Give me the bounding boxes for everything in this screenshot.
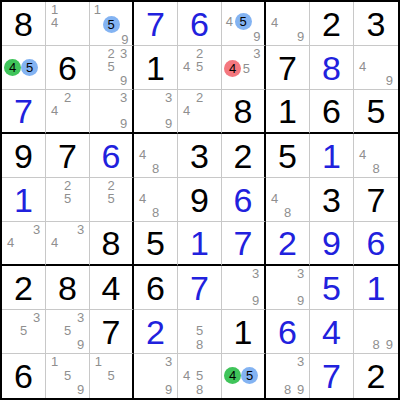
candidate-9[interactable]: 9: [120, 33, 131, 46]
cell-r3c6[interactable]: 8: [222, 90, 266, 134]
cell-r2c7[interactable]: 7: [266, 46, 310, 90]
candidate-9[interactable]: 9: [117, 74, 130, 87]
candidate-1[interactable]: 1: [48, 3, 61, 16]
given-value: 7: [266, 46, 309, 89]
candidate-1[interactable]: 1: [92, 355, 105, 369]
cell-r7c8[interactable]: 5: [310, 266, 354, 310]
solved-value: 1: [354, 266, 398, 309]
solved-value: 1: [310, 134, 353, 177]
cell-r1c1[interactable]: 8: [2, 2, 46, 46]
cell-r2c5[interactable]: 245: [178, 46, 222, 90]
given-value: 9: [178, 178, 221, 221]
candidate-9[interactable]: 9: [383, 338, 396, 351]
candidate-5[interactable]: 5: [193, 60, 206, 73]
cell-r2c3[interactable]: 2359: [90, 46, 134, 90]
given-value: 6: [46, 46, 89, 89]
candidate-9[interactable]: 9: [74, 382, 87, 396]
solved-value: 2: [266, 222, 309, 264]
cell-r2c8[interactable]: 8: [310, 46, 354, 90]
cell-r4c2[interactable]: 7: [46, 134, 90, 178]
candidate-5-highlight-blue[interactable]: 5: [21, 59, 38, 76]
candidate-4[interactable]: 4: [48, 236, 61, 249]
given-value: 5: [354, 90, 398, 132]
candidate-4[interactable]: 4: [180, 104, 193, 117]
given-value: 6: [310, 90, 353, 132]
candidate-4-highlight-green[interactable]: 4: [4, 59, 21, 76]
candidate-5[interactable]: 5: [241, 60, 252, 77]
given-value: 1: [222, 310, 264, 353]
candidate-grid: 25: [92, 179, 130, 219]
candidate-2[interactable]: 2: [193, 47, 206, 60]
cell-r7c3[interactable]: 4: [90, 266, 134, 310]
candidate-4-highlight-red[interactable]: 4: [224, 60, 241, 77]
cell-r2c4[interactable]: 1: [134, 46, 178, 90]
given-value: 6: [2, 354, 45, 398]
candidate-3[interactable]: 3: [117, 47, 130, 60]
candidate-4[interactable]: 4: [356, 60, 369, 73]
candidate-grid: 24: [48, 91, 87, 130]
candidate-grid: 48: [136, 179, 175, 219]
cell-r3c3[interactable]: 39: [90, 90, 134, 134]
given-value: 8: [2, 2, 45, 45]
candidate-4[interactable]: 4: [268, 16, 281, 29]
given-value: 5: [266, 134, 309, 177]
given-value: 8: [90, 222, 132, 264]
cell-r5c2[interactable]: 25: [46, 178, 90, 222]
cell-r3c7[interactable]: 1: [266, 90, 310, 134]
solved-value: 6: [90, 134, 132, 177]
candidate-4[interactable]: 4: [136, 148, 149, 161]
candidate-grid: 39: [224, 267, 262, 307]
given-value: 4: [90, 266, 132, 309]
solved-value: 1: [178, 222, 221, 264]
candidate-grid: 39: [92, 91, 130, 130]
candidate-grid: 89: [356, 311, 396, 351]
cell-r9c5[interactable]: 458: [178, 354, 222, 398]
candidate-grid: 458: [180, 355, 219, 396]
candidate-2[interactable]: 2: [105, 47, 118, 60]
candidate-grid: 2359: [92, 47, 130, 87]
candidate-grid: 345: [224, 47, 262, 87]
cell-r4c1[interactable]: 9: [2, 134, 46, 178]
candidate-5[interactable]: 5: [61, 369, 74, 383]
candidate-3[interactable]: 3: [30, 311, 43, 324]
candidate-4: 4: [224, 60, 241, 77]
cell-r9c4[interactable]: 39: [134, 354, 178, 398]
candidate-3[interactable]: 3: [162, 355, 175, 369]
cell-r1c3[interactable]: 159: [90, 2, 134, 46]
cell-r5c9[interactable]: 7: [354, 178, 398, 222]
candidate-grid: 39: [136, 91, 175, 130]
cell-r2c2[interactable]: 6: [46, 46, 90, 90]
cell-r4c4[interactable]: 48: [134, 134, 178, 178]
cell-r6c7[interactable]: 2: [266, 222, 310, 266]
cell-r1c2[interactable]: 14: [46, 2, 90, 46]
cell-r9c3[interactable]: 15: [90, 354, 134, 398]
given-value: 8: [46, 266, 89, 309]
cell-r9c2[interactable]: 159: [46, 354, 90, 398]
cell-r9c1[interactable]: 6: [2, 354, 46, 398]
candidate-5-highlight-blue[interactable]: 5: [103, 16, 120, 33]
cell-r8c1[interactable]: 35: [2, 310, 46, 354]
cell-r6c5[interactable]: 1: [178, 222, 222, 266]
candidate-4[interactable]: 4: [4, 236, 17, 249]
cell-r9c7[interactable]: 389: [266, 354, 310, 398]
candidate-grid: 39: [268, 267, 307, 307]
cell-r6c6[interactable]: 7: [222, 222, 266, 266]
candidate-4-highlight-green[interactable]: 4: [224, 367, 241, 384]
candidate-5[interactable]: 5: [61, 324, 74, 337]
candidate-8[interactable]: 8: [281, 206, 294, 219]
candidate-grid: 14: [48, 3, 87, 43]
candidate-5[interactable]: 5: [193, 369, 206, 383]
cell-r1c9[interactable]: 3: [354, 2, 398, 46]
candidate-5[interactable]: 5: [105, 192, 118, 205]
given-value: 2: [2, 266, 45, 309]
given-value: 5: [134, 222, 177, 264]
candidate-5[interactable]: 5: [105, 60, 118, 73]
solved-value: 6: [178, 2, 221, 45]
candidate-1[interactable]: 1: [48, 355, 61, 369]
candidate-3[interactable]: 3: [162, 91, 175, 104]
candidate-grid: 45: [4, 47, 43, 87]
cell-r6c1[interactable]: 34: [2, 222, 46, 266]
candidate-grid: 34: [48, 223, 87, 262]
given-value: 7: [46, 134, 89, 177]
solved-value: 7: [310, 354, 353, 398]
candidate-9[interactable]: 9: [74, 338, 87, 351]
solved-value: 6: [354, 222, 398, 264]
cell-r5c4[interactable]: 48: [134, 178, 178, 222]
candidate-grid: 48: [356, 135, 396, 175]
cell-r5c5[interactable]: 9: [178, 178, 222, 222]
candidate-4: 4: [4, 59, 21, 76]
cell-r1c6[interactable]: 459: [222, 2, 266, 46]
cell-r7c1[interactable]: 2: [2, 266, 46, 310]
solved-value: 2: [134, 310, 177, 353]
cell-r2c9[interactable]: 49: [354, 46, 398, 90]
candidate-3[interactable]: 3: [117, 91, 130, 104]
cell-r3c2[interactable]: 24: [46, 90, 90, 134]
candidate-3[interactable]: 3: [249, 267, 262, 280]
candidate-grid: 39: [136, 355, 175, 396]
solved-value: 6: [266, 310, 309, 353]
cell-r6c3[interactable]: 8: [90, 222, 134, 266]
cell-r4c7[interactable]: 5: [266, 134, 310, 178]
cell-r8c4[interactable]: 2: [134, 310, 178, 354]
cell-r5c1[interactable]: 1: [2, 178, 46, 222]
cell-r8c2[interactable]: 359: [46, 310, 90, 354]
cell-r7c2[interactable]: 8: [46, 266, 90, 310]
candidate-grid: 48: [136, 135, 175, 175]
solved-value: 7: [222, 222, 264, 264]
solved-value: 7: [178, 266, 221, 309]
candidate-9[interactable]: 9: [162, 382, 175, 396]
cell-r4c9[interactable]: 48: [354, 134, 398, 178]
cell-r3c5[interactable]: 24: [178, 90, 222, 134]
candidate-9[interactable]: 9: [294, 294, 307, 307]
cell-r1c5[interactable]: 6: [178, 2, 222, 46]
given-value: 3: [310, 178, 353, 221]
candidate-4[interactable]: 4: [136, 192, 149, 205]
candidate-grid: 24: [180, 91, 219, 130]
candidate-3[interactable]: 3: [294, 355, 307, 369]
candidate-8[interactable]: 8: [369, 162, 382, 175]
cell-r9c6[interactable]: 45: [222, 354, 266, 398]
given-value: 9: [2, 134, 45, 177]
cell-r1c7[interactable]: 49: [266, 2, 310, 46]
candidate-4[interactable]: 4: [268, 192, 281, 205]
candidate-8[interactable]: 8: [193, 338, 206, 351]
candidate-grid: 49: [356, 47, 396, 87]
candidate-5: 5: [21, 59, 38, 76]
cell-r7c6[interactable]: 39: [222, 266, 266, 310]
candidate-5[interactable]: 5: [105, 369, 118, 383]
candidate-3[interactable]: 3: [252, 47, 263, 60]
sudoku-board: 8141597645949234562359124534578497243939…: [0, 0, 400, 400]
cell-r4c5[interactable]: 3: [178, 134, 222, 178]
candidate-grid: 49: [268, 3, 307, 43]
candidate-4[interactable]: 4: [180, 60, 193, 73]
candidate-grid: 159: [92, 3, 130, 43]
candidate-2[interactable]: 2: [105, 179, 118, 192]
candidate-5[interactable]: 5: [193, 324, 206, 337]
candidate-5: 5: [235, 13, 252, 30]
candidate-3[interactable]: 3: [294, 267, 307, 280]
cell-r1c8[interactable]: 2: [310, 2, 354, 46]
candidate-grid: 25: [48, 179, 87, 219]
candidate-3[interactable]: 3: [30, 223, 43, 236]
candidate-9[interactable]: 9: [249, 294, 262, 307]
given-value: 1: [266, 90, 309, 132]
candidate-9[interactable]: 9: [294, 382, 307, 396]
cell-r6c9[interactable]: 6: [354, 222, 398, 266]
cell-r7c7[interactable]: 39: [266, 266, 310, 310]
cell-r6c2[interactable]: 34: [46, 222, 90, 266]
candidate-4[interactable]: 4: [48, 16, 61, 29]
solved-value: 6: [222, 178, 264, 221]
candidate-grid: 35: [4, 311, 43, 351]
candidate-4[interactable]: 4: [48, 104, 61, 117]
candidate-grid: 45: [224, 355, 262, 396]
cell-r2c1[interactable]: 45: [2, 46, 46, 90]
candidate-4: 4: [224, 367, 241, 384]
cell-r8c6[interactable]: 1: [222, 310, 266, 354]
cell-r7c5[interactable]: 7: [178, 266, 222, 310]
cell-r5c6[interactable]: 6: [222, 178, 266, 222]
cell-r8c3[interactable]: 7: [90, 310, 134, 354]
given-value: 6: [134, 266, 177, 309]
candidate-2[interactable]: 2: [61, 179, 74, 192]
cell-r6c8[interactable]: 9: [310, 222, 354, 266]
candidate-4[interactable]: 4: [356, 148, 369, 161]
cell-r8c5[interactable]: 58: [178, 310, 222, 354]
candidate-5-highlight-blue[interactable]: 5: [235, 13, 252, 30]
given-value: 2: [310, 2, 353, 45]
candidate-9[interactable]: 9: [252, 30, 263, 43]
candidate-grid: 359: [48, 311, 87, 351]
candidate-grid: 459: [224, 3, 262, 43]
solved-value: 8: [310, 46, 353, 89]
candidate-2[interactable]: 2: [193, 91, 206, 104]
candidate-5[interactable]: 5: [61, 192, 74, 205]
given-value: 7: [90, 310, 132, 353]
cell-r5c3[interactable]: 25: [90, 178, 134, 222]
given-value: 8: [222, 90, 264, 132]
candidate-9[interactable]: 9: [383, 74, 396, 87]
given-value: 2: [222, 134, 264, 177]
candidate-grid: 245: [180, 47, 219, 87]
solved-value: 5: [310, 266, 353, 309]
candidate-grid: 34: [4, 223, 43, 262]
cell-r1c4[interactable]: 7: [134, 2, 178, 46]
candidate-grid: 159: [48, 355, 87, 396]
candidate-8[interactable]: 8: [281, 382, 294, 396]
candidate-8[interactable]: 8: [149, 162, 162, 175]
candidate-5-highlight-blue[interactable]: 5: [241, 367, 258, 384]
cell-r4c8[interactable]: 1: [310, 134, 354, 178]
cell-r3c1[interactable]: 7: [2, 90, 46, 134]
cell-r4c3[interactable]: 6: [90, 134, 134, 178]
candidate-1[interactable]: 1: [92, 3, 103, 16]
cell-r9c9[interactable]: 2: [354, 354, 398, 398]
candidate-4[interactable]: 4: [180, 369, 193, 383]
candidate-8[interactable]: 8: [193, 382, 206, 396]
candidate-grid: 15: [92, 355, 130, 396]
cell-r8c7[interactable]: 6: [266, 310, 310, 354]
cell-r8c9[interactable]: 89: [354, 310, 398, 354]
solved-value: 4: [310, 310, 353, 353]
candidate-9[interactable]: 9: [162, 117, 175, 130]
cell-r4c6[interactable]: 2: [222, 134, 266, 178]
cell-r2c6[interactable]: 345: [222, 46, 266, 90]
given-value: 2: [354, 354, 398, 398]
candidate-5: 5: [103, 16, 120, 33]
solved-value: 7: [134, 2, 177, 45]
candidate-grid: 58: [180, 311, 219, 351]
given-value: 7: [354, 178, 398, 221]
solved-value: 9: [310, 222, 353, 264]
candidate-grid: 48: [268, 179, 307, 219]
candidate-2[interactable]: 2: [61, 91, 74, 104]
cell-r3c4[interactable]: 39: [134, 90, 178, 134]
given-value: 3: [354, 2, 398, 45]
cell-r5c8[interactable]: 3: [310, 178, 354, 222]
cell-r5c7[interactable]: 48: [266, 178, 310, 222]
cell-r3c9[interactable]: 5: [354, 90, 398, 134]
solved-value: 7: [2, 90, 45, 132]
solved-value: 1: [2, 178, 45, 221]
candidate-9[interactable]: 9: [117, 117, 130, 130]
given-value: 3: [178, 134, 221, 177]
cell-r7c4[interactable]: 6: [134, 266, 178, 310]
candidate-8[interactable]: 8: [149, 206, 162, 219]
candidate-3[interactable]: 3: [74, 311, 87, 324]
candidate-8[interactable]: 8: [369, 338, 382, 351]
candidate-4[interactable]: 4: [224, 13, 235, 30]
cell-r8c8[interactable]: 4: [310, 310, 354, 354]
cell-r7c9[interactable]: 1: [354, 266, 398, 310]
candidate-5: 5: [241, 367, 258, 384]
candidate-5[interactable]: 5: [17, 324, 30, 337]
cell-r3c8[interactable]: 6: [310, 90, 354, 134]
candidate-grid: 389: [268, 355, 307, 396]
given-value: 1: [134, 46, 177, 89]
candidate-9[interactable]: 9: [294, 30, 307, 43]
candidate-3[interactable]: 3: [74, 223, 87, 236]
cell-r9c8[interactable]: 7: [310, 354, 354, 398]
cell-r6c4[interactable]: 5: [134, 222, 178, 266]
